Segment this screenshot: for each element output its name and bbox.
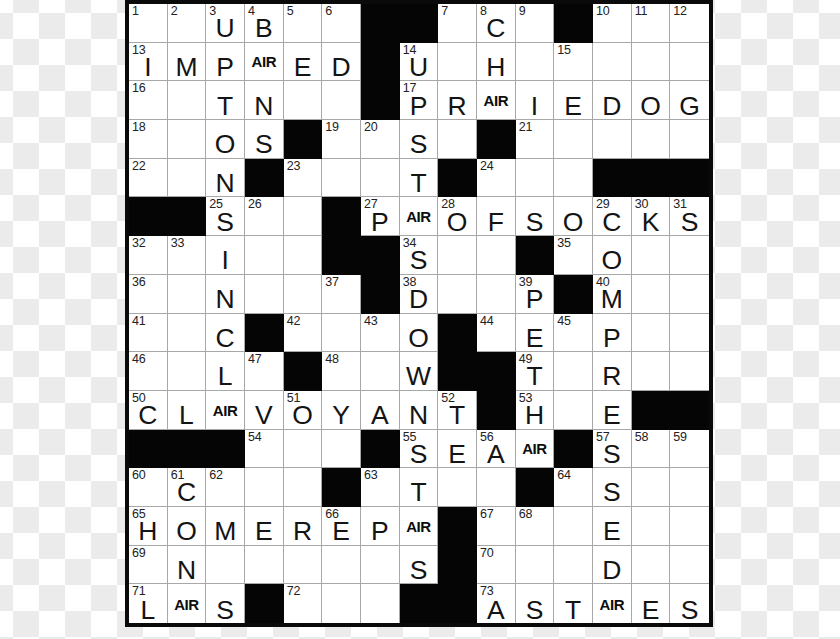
grid-cell[interactable] <box>632 120 671 159</box>
grid-cell[interactable] <box>206 546 245 585</box>
black-cell <box>632 159 671 198</box>
grid-cell[interactable] <box>632 546 671 585</box>
grid-cell[interactable]: 26 <box>245 197 284 236</box>
grid-cell[interactable]: O <box>206 120 245 159</box>
grid-cell[interactable] <box>554 159 593 198</box>
black-cell <box>361 43 400 82</box>
clue-number: 62 <box>209 469 223 483</box>
clue-number: 24 <box>480 160 494 174</box>
cell-letter: T <box>516 363 554 390</box>
grid-cell[interactable]: AIR <box>400 507 439 546</box>
grid-cell[interactable]: 71L <box>129 584 168 623</box>
rebus-air-entry: AIR <box>245 54 283 69</box>
grid-cell[interactable]: S <box>593 468 632 507</box>
clue-number: 41 <box>132 315 146 329</box>
grid-cell[interactable]: O <box>632 81 671 120</box>
grid-cell[interactable]: E <box>554 81 593 120</box>
grid-cell[interactable]: D <box>322 43 361 82</box>
grid-cell[interactable]: AIR <box>477 81 516 120</box>
grid-cell[interactable]: T <box>554 584 593 623</box>
grid-cell[interactable] <box>245 275 284 314</box>
grid-cell[interactable]: D <box>593 546 632 585</box>
cell-letter: S <box>516 597 554 624</box>
cell-letter: W <box>400 363 438 390</box>
grid-cell[interactable]: S <box>670 584 709 623</box>
grid-cell[interactable]: AIR <box>400 197 439 236</box>
grid-cell[interactable]: 45 <box>554 314 593 353</box>
grid-cell[interactable]: 55S <box>400 430 439 469</box>
grid-cell[interactable]: 14U <box>400 43 439 82</box>
cell-letter: P <box>400 93 438 120</box>
grid-cell[interactable]: 7 <box>438 4 477 43</box>
grid-cell[interactable] <box>168 352 207 391</box>
cell-letter: S <box>593 441 631 468</box>
grid-cell[interactable] <box>322 546 361 585</box>
grid-cell[interactable]: O <box>400 314 439 353</box>
grid-cell[interactable]: 53H <box>516 391 555 430</box>
cell-letter: H <box>129 518 167 545</box>
grid-cell[interactable]: R <box>284 507 323 546</box>
grid-cell[interactable] <box>245 236 284 275</box>
cell-letter: F <box>477 209 515 236</box>
grid-cell[interactable]: AIR <box>168 584 207 623</box>
grid-cell[interactable]: E <box>632 584 671 623</box>
cell-letter: C <box>477 15 515 42</box>
grid-cell[interactable] <box>670 507 709 546</box>
grid-cell[interactable]: 33 <box>168 236 207 275</box>
clue-number: 48 <box>325 353 339 367</box>
grid-cell[interactable]: 22 <box>129 159 168 198</box>
grid-cell[interactable] <box>284 468 323 507</box>
grid-cell[interactable] <box>670 468 709 507</box>
rebus-air-entry: AIR <box>516 441 554 456</box>
black-cell <box>554 430 593 469</box>
grid-cell[interactable]: 46 <box>129 352 168 391</box>
cell-letter: N <box>206 170 244 197</box>
black-cell <box>322 468 361 507</box>
grid-cell[interactable]: E <box>245 507 284 546</box>
grid-cell[interactable]: N <box>400 391 439 430</box>
black-cell <box>361 236 400 275</box>
clue-number: 67 <box>480 508 494 522</box>
grid-cell[interactable]: 13I <box>129 43 168 82</box>
grid-cell[interactable] <box>670 314 709 353</box>
grid-cell[interactable] <box>438 120 477 159</box>
cell-letter: D <box>322 54 360 81</box>
grid-cell[interactable] <box>670 236 709 275</box>
cell-letter: P <box>593 325 631 352</box>
grid-cell[interactable]: Y <box>322 391 361 430</box>
black-cell <box>438 507 477 546</box>
clue-number: 7 <box>441 5 448 19</box>
grid-cell[interactable]: S <box>516 197 555 236</box>
cell-letter: S <box>400 441 438 468</box>
grid-cell[interactable] <box>284 236 323 275</box>
grid-cell[interactable]: 56A <box>477 430 516 469</box>
grid-cell[interactable] <box>322 314 361 353</box>
cell-letter: E <box>284 54 322 81</box>
cell-letter: O <box>168 518 206 545</box>
crossword-board: 123U4B5678C910111213IMPAIRED14UH1516TN17… <box>125 0 713 627</box>
grid-cell[interactable]: 37 <box>322 275 361 314</box>
cell-letter: L <box>129 597 167 624</box>
grid-cell[interactable]: 69 <box>129 546 168 585</box>
grid-cell[interactable] <box>322 584 361 623</box>
grid-cell[interactable]: AIR <box>516 430 555 469</box>
grid-cell[interactable]: L <box>168 391 207 430</box>
cell-letter: M <box>593 286 631 313</box>
grid-cell[interactable]: 35 <box>554 236 593 275</box>
grid-cell[interactable]: N <box>206 275 245 314</box>
cell-letter: P <box>361 209 399 236</box>
grid-cell[interactable] <box>361 584 400 623</box>
cell-letter: C <box>593 209 631 236</box>
grid-cell[interactable]: P <box>361 507 400 546</box>
grid-cell[interactable]: 39P <box>516 275 555 314</box>
grid-cell[interactable]: 60 <box>129 468 168 507</box>
grid-cell[interactable] <box>554 546 593 585</box>
grid-cell[interactable]: F <box>477 197 516 236</box>
grid-cell[interactable]: 15 <box>554 43 593 82</box>
cell-letter: P <box>206 54 244 81</box>
grid-cell[interactable] <box>554 120 593 159</box>
cell-letter: A <box>477 441 515 468</box>
cell-letter: M <box>168 54 206 81</box>
clue-number: 37 <box>325 276 339 290</box>
grid-cell[interactable]: 57S <box>593 430 632 469</box>
cell-letter: I <box>129 54 167 81</box>
grid-cell[interactable] <box>554 507 593 546</box>
grid-cell[interactable]: P <box>593 314 632 353</box>
grid-cell[interactable]: 28O <box>438 197 477 236</box>
rebus-air-entry: AIR <box>168 597 206 612</box>
grid-cell[interactable]: AIR <box>206 391 245 430</box>
grid-cell[interactable]: 63 <box>361 468 400 507</box>
grid-cell[interactable] <box>361 352 400 391</box>
grid-cell[interactable]: S <box>206 584 245 623</box>
grid-cell[interactable] <box>361 546 400 585</box>
clue-number: 72 <box>287 585 301 599</box>
cell-letter: N <box>206 286 244 313</box>
grid-cell[interactable]: 36 <box>129 275 168 314</box>
cell-letter: M <box>206 518 244 545</box>
cell-letter: U <box>400 54 438 81</box>
grid-cell[interactable] <box>438 43 477 82</box>
grid-cell[interactable]: 54 <box>245 430 284 469</box>
grid-cell[interactable]: 18 <box>129 120 168 159</box>
grid-cell[interactable]: M <box>206 507 245 546</box>
black-cell <box>438 352 477 391</box>
cell-letter: E <box>322 518 360 545</box>
grid-cell[interactable]: S <box>400 546 439 585</box>
grid-cell[interactable] <box>632 43 671 82</box>
grid-cell[interactable]: 21 <box>516 120 555 159</box>
grid-cell[interactable] <box>438 236 477 275</box>
grid-cell[interactable] <box>322 430 361 469</box>
grid-cell[interactable] <box>284 275 323 314</box>
grid-cell[interactable]: 9 <box>516 4 555 43</box>
black-cell <box>206 430 245 469</box>
rebus-air-entry: AIR <box>477 93 515 108</box>
cell-letter: H <box>516 402 554 429</box>
grid-cell[interactable]: P <box>206 43 245 82</box>
cell-letter: N <box>245 93 283 120</box>
grid-cell[interactable]: T <box>400 468 439 507</box>
grid-cell[interactable] <box>632 507 671 546</box>
grid-cell[interactable] <box>593 120 632 159</box>
clue-number: 15 <box>557 44 571 58</box>
grid-cell[interactable]: N <box>168 546 207 585</box>
grid-cell[interactable] <box>284 546 323 585</box>
grid-cell[interactable]: 49T <box>516 352 555 391</box>
grid-cell[interactable] <box>361 159 400 198</box>
grid-cell[interactable] <box>168 81 207 120</box>
grid-cell[interactable] <box>670 120 709 159</box>
grid-cell[interactable] <box>438 275 477 314</box>
grid-cell[interactable]: W <box>400 352 439 391</box>
grid-cell[interactable] <box>670 275 709 314</box>
grid-cell[interactable]: E <box>284 43 323 82</box>
grid-cell[interactable]: 38D <box>400 275 439 314</box>
rebus-air-entry: AIR <box>400 519 438 534</box>
black-cell <box>400 4 439 43</box>
clue-number: 16 <box>132 82 146 96</box>
grid-cell[interactable]: 66E <box>322 507 361 546</box>
grid-cell[interactable]: 11 <box>632 4 671 43</box>
cell-letter: N <box>168 557 206 584</box>
grid-cell[interactable]: E <box>516 314 555 353</box>
clue-number: 21 <box>519 121 533 135</box>
grid-cell[interactable]: N <box>206 159 245 198</box>
grid-cell[interactable]: N <box>245 81 284 120</box>
black-cell <box>670 159 709 198</box>
clue-number: 1 <box>132 5 139 19</box>
grid-cell[interactable]: 70 <box>477 546 516 585</box>
grid-cell[interactable]: 23 <box>284 159 323 198</box>
cell-letter: L <box>206 363 244 390</box>
grid-cell[interactable]: 40M <box>593 275 632 314</box>
cell-letter: E <box>593 518 631 545</box>
grid-cell[interactable]: 16 <box>129 81 168 120</box>
grid-cell[interactable] <box>632 352 671 391</box>
clue-number: 58 <box>635 431 649 445</box>
black-cell <box>438 159 477 198</box>
grid-cell[interactable]: 24 <box>477 159 516 198</box>
grid-cell[interactable]: 32 <box>129 236 168 275</box>
grid-cell[interactable] <box>632 468 671 507</box>
clue-number: 46 <box>132 353 146 367</box>
cell-letter: S <box>245 131 283 158</box>
grid-cell[interactable]: V <box>245 391 284 430</box>
grid-cell[interactable]: 12 <box>670 4 709 43</box>
grid-cell[interactable]: 47 <box>245 352 284 391</box>
clue-number: 54 <box>248 431 262 445</box>
grid-cell[interactable] <box>516 159 555 198</box>
grid-cell[interactable] <box>593 43 632 82</box>
grid-cell[interactable]: 20 <box>361 120 400 159</box>
grid-cell[interactable]: O <box>168 507 207 546</box>
cell-letter: O <box>632 93 670 120</box>
cell-letter: N <box>400 402 438 429</box>
grid-cell[interactable]: G <box>670 81 709 120</box>
grid-cell[interactable]: R <box>438 81 477 120</box>
black-cell <box>554 275 593 314</box>
cell-letter: C <box>129 402 167 429</box>
cell-letter: S <box>670 209 709 236</box>
grid-cell[interactable]: 61C <box>168 468 207 507</box>
grid-cell[interactable]: 51O <box>284 391 323 430</box>
grid-cell[interactable] <box>284 81 323 120</box>
grid-cell[interactable]: 1 <box>129 4 168 43</box>
clue-number: 11 <box>635 5 648 19</box>
grid-cell[interactable]: 19 <box>322 120 361 159</box>
grid-cell[interactable] <box>516 43 555 82</box>
grid-cell[interactable] <box>245 546 284 585</box>
black-cell <box>361 81 400 120</box>
grid-cell[interactable]: 6 <box>322 4 361 43</box>
grid-cell[interactable]: I <box>516 81 555 120</box>
grid-cell[interactable]: 17P <box>400 81 439 120</box>
grid-cell[interactable]: O <box>593 236 632 275</box>
grid-cell[interactable]: 67 <box>477 507 516 546</box>
clue-number: 64 <box>557 469 571 483</box>
grid-cell[interactable] <box>477 275 516 314</box>
cell-letter: O <box>438 209 476 236</box>
clue-number: 22 <box>132 160 146 174</box>
cell-letter: I <box>206 247 244 274</box>
grid-cell[interactable] <box>245 468 284 507</box>
grid-cell[interactable]: 41 <box>129 314 168 353</box>
grid-cell[interactable]: 52T <box>438 391 477 430</box>
grid-cell[interactable]: 73A <box>477 584 516 623</box>
grid-cell[interactable] <box>477 468 516 507</box>
grid-cell[interactable] <box>670 352 709 391</box>
clue-number: 18 <box>132 121 146 135</box>
clue-number: 60 <box>132 469 146 483</box>
grid-cell[interactable]: S <box>516 584 555 623</box>
grid-cell[interactable] <box>168 120 207 159</box>
grid-cell[interactable]: AIR <box>245 43 284 82</box>
grid-cell[interactable]: L <box>206 352 245 391</box>
black-cell <box>245 314 284 353</box>
grid-cell[interactable]: AIR <box>593 584 632 623</box>
grid-cell[interactable]: 2 <box>168 4 207 43</box>
grid-cell[interactable]: O <box>554 197 593 236</box>
grid-cell[interactable]: 50C <box>129 391 168 430</box>
grid-cell[interactable]: H <box>477 43 516 82</box>
grid-cell[interactable] <box>632 314 671 353</box>
grid-cell[interactable]: S <box>400 120 439 159</box>
grid-cell[interactable] <box>322 159 361 198</box>
grid-cell[interactable]: 48 <box>322 352 361 391</box>
grid-cell[interactable]: 64 <box>554 468 593 507</box>
cell-letter: R <box>593 363 631 390</box>
cell-letter: S <box>400 557 438 584</box>
grid-cell[interactable]: T <box>206 81 245 120</box>
grid-cell[interactable]: E <box>593 507 632 546</box>
cell-letter: S <box>206 597 244 624</box>
grid-cell[interactable]: 42 <box>284 314 323 353</box>
grid-cell[interactable] <box>438 468 477 507</box>
black-cell <box>554 4 593 43</box>
grid-cell[interactable]: 62 <box>206 468 245 507</box>
grid-cell[interactable]: D <box>593 81 632 120</box>
grid-cell[interactable] <box>632 236 671 275</box>
grid-cell[interactable]: 43 <box>361 314 400 353</box>
grid-cell[interactable] <box>554 352 593 391</box>
grid-cell[interactable] <box>284 197 323 236</box>
cell-letter: D <box>593 557 631 584</box>
black-cell <box>284 120 323 159</box>
grid-cell[interactable]: C <box>206 314 245 353</box>
grid-cell[interactable]: 34S <box>400 236 439 275</box>
cell-letter: P <box>516 286 554 313</box>
grid-cell[interactable] <box>632 275 671 314</box>
grid-cell[interactable]: E <box>438 430 477 469</box>
grid-cell[interactable]: 68 <box>516 507 555 546</box>
grid-cell[interactable] <box>554 391 593 430</box>
cell-letter: T <box>400 479 438 506</box>
grid-cell[interactable]: 5 <box>284 4 323 43</box>
grid-cell[interactable]: A <box>361 391 400 430</box>
cell-letter: G <box>670 93 709 120</box>
grid-cell[interactable] <box>284 430 323 469</box>
grid-cell[interactable]: 29C <box>593 197 632 236</box>
grid-cell[interactable] <box>670 43 709 82</box>
cell-letter: L <box>168 402 206 429</box>
grid-cell[interactable]: 44 <box>477 314 516 353</box>
clue-number: 6 <box>325 5 332 19</box>
black-cell <box>400 584 439 623</box>
cell-letter: E <box>245 518 283 545</box>
cell-letter: O <box>593 247 631 274</box>
grid-cell[interactable]: 27P <box>361 197 400 236</box>
clue-number: 20 <box>364 121 378 135</box>
grid-cell[interactable] <box>168 275 207 314</box>
grid-cell[interactable]: T <box>400 159 439 198</box>
cell-letter: S <box>670 597 709 624</box>
grid-cell[interactable]: E <box>593 391 632 430</box>
grid-cell[interactable]: 58 <box>632 430 671 469</box>
grid-cell[interactable]: 65H <box>129 507 168 546</box>
grid-cell[interactable]: 4B <box>245 4 284 43</box>
grid-cell[interactable]: 59 <box>670 430 709 469</box>
grid-cell[interactable]: R <box>593 352 632 391</box>
grid-cell[interactable]: M <box>168 43 207 82</box>
grid-cell[interactable]: I <box>206 236 245 275</box>
grid-cell[interactable]: 31S <box>670 197 709 236</box>
grid-cell[interactable]: 8C <box>477 4 516 43</box>
grid-cell[interactable]: S <box>245 120 284 159</box>
grid-cell[interactable]: 30K <box>632 197 671 236</box>
clue-number: 70 <box>480 547 494 561</box>
grid-cell[interactable]: 25S <box>206 197 245 236</box>
cell-letter: V <box>245 402 283 429</box>
grid-cell[interactable] <box>322 81 361 120</box>
clue-number: 63 <box>364 469 378 483</box>
black-cell <box>361 275 400 314</box>
grid-cell[interactable]: 72 <box>284 584 323 623</box>
cell-letter: P <box>361 518 399 545</box>
grid-cell[interactable] <box>670 546 709 585</box>
grid-cell[interactable] <box>477 236 516 275</box>
grid-cell[interactable] <box>516 546 555 585</box>
grid-cell[interactable]: 10 <box>593 4 632 43</box>
grid-cell[interactable] <box>168 314 207 353</box>
grid-cell[interactable]: 3U <box>206 4 245 43</box>
clue-number: 33 <box>171 237 185 251</box>
grid-cell[interactable] <box>168 159 207 198</box>
